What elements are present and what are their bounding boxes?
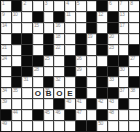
- letter-cell[interactable]: 43: [108, 99, 118, 109]
- clue-number: 34: [2, 88, 7, 93]
- block-cell: [33, 110, 43, 120]
- clue-number: 44: [13, 110, 18, 115]
- block-cell: [108, 88, 118, 98]
- block-cell: [119, 99, 129, 109]
- letter-cell[interactable]: 3: [44, 1, 54, 11]
- letter-cell[interactable]: O: [33, 88, 43, 98]
- block-cell: [44, 77, 54, 87]
- letter-cell[interactable]: [12, 121, 22, 131]
- clue-number: 21: [2, 45, 7, 50]
- letter-cell[interactable]: 41: [76, 99, 86, 109]
- clue-number: 9: [2, 12, 4, 17]
- block-cell: [22, 45, 32, 55]
- clue-number: 3: [45, 1, 47, 6]
- letter-cell[interactable]: 42: [97, 99, 107, 109]
- clue-number: 25: [45, 56, 50, 61]
- clue-number: 24: [2, 56, 7, 61]
- block-cell: [108, 67, 118, 77]
- clue-number: 31: [23, 77, 28, 82]
- letter-cell[interactable]: [76, 12, 86, 22]
- clue-number: 7: [120, 1, 122, 6]
- letter-cell[interactable]: 35: [12, 88, 22, 98]
- letter-cell[interactable]: [54, 1, 64, 11]
- letter-cell[interactable]: 6: [108, 1, 118, 11]
- clue-number: 1: [2, 1, 4, 6]
- block-cell: [22, 56, 32, 66]
- clue-number: 37: [120, 88, 125, 93]
- letter-cell[interactable]: 15: [33, 23, 43, 33]
- letter-cell[interactable]: 17: [119, 23, 129, 33]
- block-cell: [76, 121, 86, 131]
- letter-cell[interactable]: 36B: [44, 88, 54, 98]
- letter-cell[interactable]: 21: [1, 45, 11, 55]
- block-cell: [12, 1, 22, 11]
- block-cell: [44, 34, 54, 44]
- clue-number: 29: [77, 67, 82, 72]
- block-cell: [108, 12, 118, 22]
- block-cell: [87, 99, 97, 109]
- block-cell: [97, 1, 107, 11]
- cell-letter: O: [54, 89, 64, 98]
- letter-cell[interactable]: 10: [12, 12, 22, 22]
- letter-cell[interactable]: [87, 67, 97, 77]
- letter-cell[interactable]: [129, 23, 139, 33]
- clue-number: 50: [98, 121, 103, 126]
- block-cell: [87, 121, 97, 131]
- block-cell: [119, 56, 129, 66]
- letter-cell[interactable]: [97, 56, 107, 66]
- letter-cell[interactable]: 30: [119, 67, 129, 77]
- cell-letter: O: [33, 89, 43, 98]
- letter-cell[interactable]: 12: [97, 12, 107, 22]
- clue-number: 38: [130, 88, 135, 93]
- letter-cell[interactable]: O: [54, 88, 64, 98]
- letter-cell[interactable]: 20: [108, 34, 118, 44]
- letter-cell[interactable]: [22, 23, 32, 33]
- letter-cell[interactable]: [129, 121, 139, 131]
- letter-cell[interactable]: [129, 67, 139, 77]
- letter-cell[interactable]: 37: [119, 88, 129, 98]
- letter-cell[interactable]: [44, 121, 54, 131]
- letter-cell[interactable]: 8: [129, 1, 139, 11]
- block-cell: [87, 23, 97, 33]
- letter-cell[interactable]: 29: [76, 67, 86, 77]
- letter-cell[interactable]: [119, 45, 129, 55]
- letter-cell[interactable]: 19: [87, 34, 97, 44]
- letter-cell[interactable]: [22, 121, 32, 131]
- letter-cell[interactable]: [129, 99, 139, 109]
- letter-cell[interactable]: 27: [129, 56, 139, 66]
- clue-number: 28: [34, 67, 39, 72]
- block-cell: [76, 77, 86, 87]
- letter-cell[interactable]: [87, 77, 97, 87]
- letter-cell[interactable]: [129, 12, 139, 22]
- clue-number: 6: [109, 1, 111, 6]
- letter-cell[interactable]: 24: [1, 56, 11, 66]
- clue-number: 16: [55, 23, 60, 28]
- block-cell: [129, 77, 139, 87]
- cell-letter: E: [65, 89, 75, 98]
- letter-cell[interactable]: 45: [44, 110, 54, 120]
- clue-number: 43: [109, 99, 114, 104]
- block-cell: [54, 12, 64, 22]
- clue-number: 15: [34, 23, 39, 28]
- letter-cell[interactable]: 39: [1, 99, 11, 109]
- letter-cell[interactable]: [44, 12, 54, 22]
- block-cell: [22, 67, 32, 77]
- letter-cell[interactable]: 2: [22, 1, 32, 11]
- block-cell: [97, 34, 107, 44]
- block-cell: [97, 77, 107, 87]
- letter-cell[interactable]: [65, 121, 75, 131]
- letter-cell[interactable]: 33: [108, 77, 118, 87]
- letter-cell[interactable]: 50: [97, 121, 107, 131]
- letter-cell[interactable]: 28: [33, 67, 43, 77]
- clue-number: 41: [77, 99, 82, 104]
- letter-cell[interactable]: [87, 45, 97, 55]
- clue-number: 12: [98, 12, 103, 17]
- clue-number: 22: [55, 45, 60, 50]
- letter-cell[interactable]: [87, 88, 97, 98]
- letter-cell[interactable]: [119, 34, 129, 44]
- clue-number: 2: [23, 1, 25, 6]
- letter-cell[interactable]: E: [65, 88, 75, 98]
- letter-cell[interactable]: [108, 121, 118, 131]
- letter-cell[interactable]: 47: [76, 110, 86, 120]
- clue-number: 47: [77, 110, 82, 115]
- block-cell: [97, 88, 107, 98]
- letter-cell[interactable]: 1: [1, 1, 11, 11]
- letter-cell[interactable]: [97, 23, 107, 33]
- clue-number: 30: [120, 67, 125, 72]
- block-cell: [76, 88, 86, 98]
- letter-cell[interactable]: 18: [54, 34, 64, 44]
- clue-number: 14: [2, 23, 7, 28]
- letter-cell[interactable]: [129, 34, 139, 44]
- letter-cell[interactable]: [12, 56, 22, 66]
- clue-number: 33: [109, 77, 114, 82]
- letter-cell[interactable]: [1, 34, 11, 44]
- letter-cell[interactable]: 46: [54, 110, 64, 120]
- letter-cell[interactable]: 26: [76, 56, 86, 66]
- letter-cell[interactable]: [129, 110, 139, 120]
- letter-cell[interactable]: 4: [65, 1, 75, 11]
- clue-number: 11: [66, 12, 70, 17]
- letter-cell[interactable]: [87, 110, 97, 120]
- letter-cell[interactable]: [119, 77, 129, 87]
- block-cell: [33, 56, 43, 66]
- block-cell: [12, 77, 22, 87]
- clue-number: 46: [55, 110, 60, 115]
- clue-number: 32: [55, 77, 60, 82]
- letter-cell[interactable]: [54, 67, 64, 77]
- letter-cell[interactable]: 25: [44, 56, 54, 66]
- letter-cell[interactable]: [44, 99, 54, 109]
- letter-cell[interactable]: [33, 77, 43, 87]
- clue-number: 48: [109, 110, 114, 115]
- block-cell: [12, 67, 22, 77]
- letter-cell[interactable]: 48: [108, 110, 118, 120]
- clue-number: 18: [55, 34, 60, 39]
- clue-number: 27: [130, 56, 135, 61]
- block-cell: [1, 110, 11, 120]
- block-cell: [108, 56, 118, 66]
- letter-cell[interactable]: 14: [1, 23, 11, 33]
- block-cell: [76, 34, 86, 44]
- letter-cell[interactable]: [22, 110, 32, 120]
- letter-cell[interactable]: 49: [1, 121, 11, 131]
- letter-cell[interactable]: 5: [76, 1, 86, 11]
- letter-cell[interactable]: [1, 67, 11, 77]
- block-cell: [22, 34, 32, 44]
- clue-number: 45: [45, 110, 50, 115]
- letter-cell[interactable]: [1, 77, 11, 87]
- block-cell: [87, 12, 97, 22]
- letter-cell[interactable]: [33, 45, 43, 55]
- letter-cell[interactable]: [44, 67, 54, 77]
- letter-cell[interactable]: [33, 1, 43, 11]
- cell-letter: B: [44, 89, 54, 98]
- clue-number: 20: [109, 34, 114, 39]
- letter-cell[interactable]: 13: [119, 12, 129, 22]
- block-cell: [65, 110, 75, 120]
- letter-cell[interactable]: 40: [65, 99, 75, 109]
- block-cell: [65, 56, 75, 66]
- letter-cell[interactable]: 22: [54, 45, 64, 55]
- clue-number: 39: [2, 99, 7, 104]
- letter-cell[interactable]: [65, 77, 75, 87]
- block-cell: [33, 12, 43, 22]
- letter-cell[interactable]: [65, 34, 75, 44]
- letter-cell[interactable]: 38: [129, 88, 139, 98]
- clue-number: 8: [130, 1, 132, 6]
- letter-cell[interactable]: 32: [54, 77, 64, 87]
- letter-cell[interactable]: [44, 23, 54, 33]
- letter-cell[interactable]: [87, 56, 97, 66]
- block-cell: [97, 45, 107, 55]
- letter-cell[interactable]: 11: [65, 12, 75, 22]
- letter-cell[interactable]: 7: [119, 1, 129, 11]
- letter-cell[interactable]: [119, 110, 129, 120]
- letter-cell[interactable]: [12, 23, 22, 33]
- clue-number: 49: [2, 121, 7, 126]
- block-cell: [12, 34, 22, 44]
- clue-number: 5: [77, 1, 79, 6]
- letter-cell[interactable]: [12, 45, 22, 55]
- letter-cell[interactable]: [76, 23, 86, 33]
- letter-cell[interactable]: 44: [12, 110, 22, 120]
- block-cell: [44, 45, 54, 55]
- letter-cell[interactable]: [65, 23, 75, 33]
- clue-number: 40: [66, 99, 71, 104]
- letter-cell[interactable]: [87, 1, 97, 11]
- letter-cell[interactable]: [33, 34, 43, 44]
- clue-number: 35: [13, 88, 18, 93]
- block-cell: [76, 45, 86, 55]
- clue-number: 13: [120, 12, 125, 17]
- block-cell: [65, 67, 75, 77]
- block-cell: [54, 99, 64, 109]
- clue-number: 23: [109, 45, 114, 50]
- letter-cell[interactable]: 16: [54, 23, 64, 33]
- letter-cell[interactable]: [22, 99, 32, 109]
- letter-cell[interactable]: 31: [22, 77, 32, 87]
- block-cell: [129, 45, 139, 55]
- clue-number: 42: [98, 99, 103, 104]
- letter-cell[interactable]: [22, 12, 32, 22]
- crossword-grid: 1234567891011121314151617181920212223242…: [0, 0, 140, 132]
- clue-number: 19: [88, 34, 93, 39]
- letter-cell[interactable]: 9: [1, 12, 11, 22]
- clue-number: 26: [77, 56, 82, 61]
- block-cell: [97, 67, 107, 77]
- clue-number: 10: [13, 12, 18, 17]
- letter-cell[interactable]: 34: [1, 88, 11, 98]
- letter-cell[interactable]: [54, 121, 64, 131]
- clue-number: 4: [66, 1, 68, 6]
- letter-cell[interactable]: [33, 99, 43, 109]
- letter-cell[interactable]: [12, 99, 22, 109]
- clue-number: 17: [120, 23, 125, 28]
- letter-cell[interactable]: [22, 88, 32, 98]
- letter-cell[interactable]: 23: [108, 45, 118, 55]
- letter-cell[interactable]: [65, 45, 75, 55]
- block-cell: [97, 110, 107, 120]
- letter-cell[interactable]: [33, 121, 43, 131]
- block-cell: [108, 23, 118, 33]
- letter-cell[interactable]: [54, 56, 64, 66]
- letter-cell[interactable]: [119, 121, 129, 131]
